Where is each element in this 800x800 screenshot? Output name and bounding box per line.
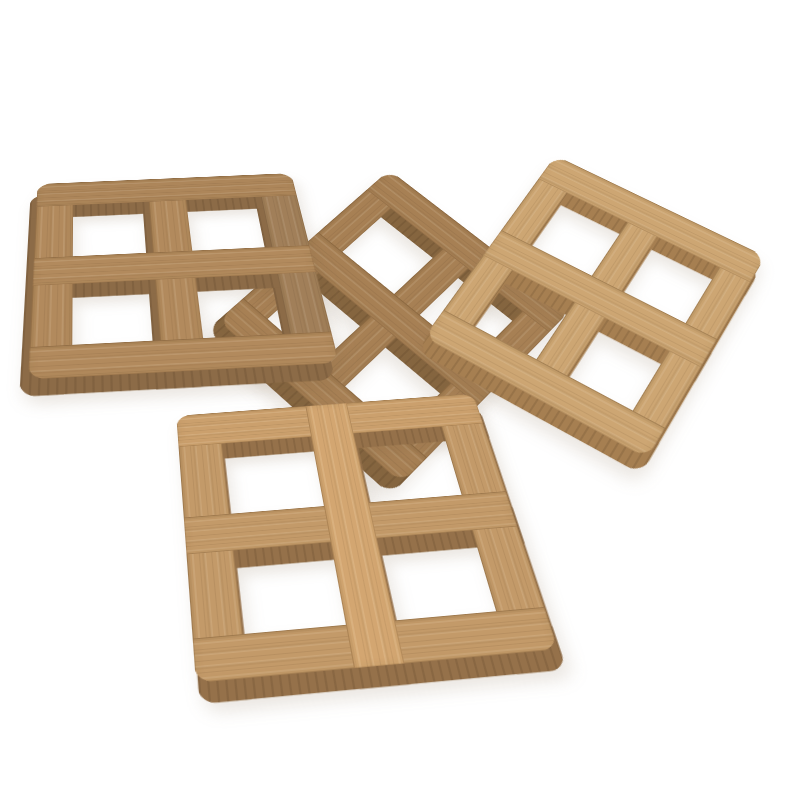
trivet-face xyxy=(28,173,339,379)
wooden-trivet-bottom-front xyxy=(176,393,558,682)
trivet-face xyxy=(176,393,558,682)
photo-background: { "scene": { "type": "product-photo", "d… xyxy=(0,0,800,800)
wooden-trivet-top-left xyxy=(28,173,339,379)
rail-middle xyxy=(483,230,717,367)
rail-top xyxy=(538,155,765,282)
product-photo xyxy=(0,0,800,800)
